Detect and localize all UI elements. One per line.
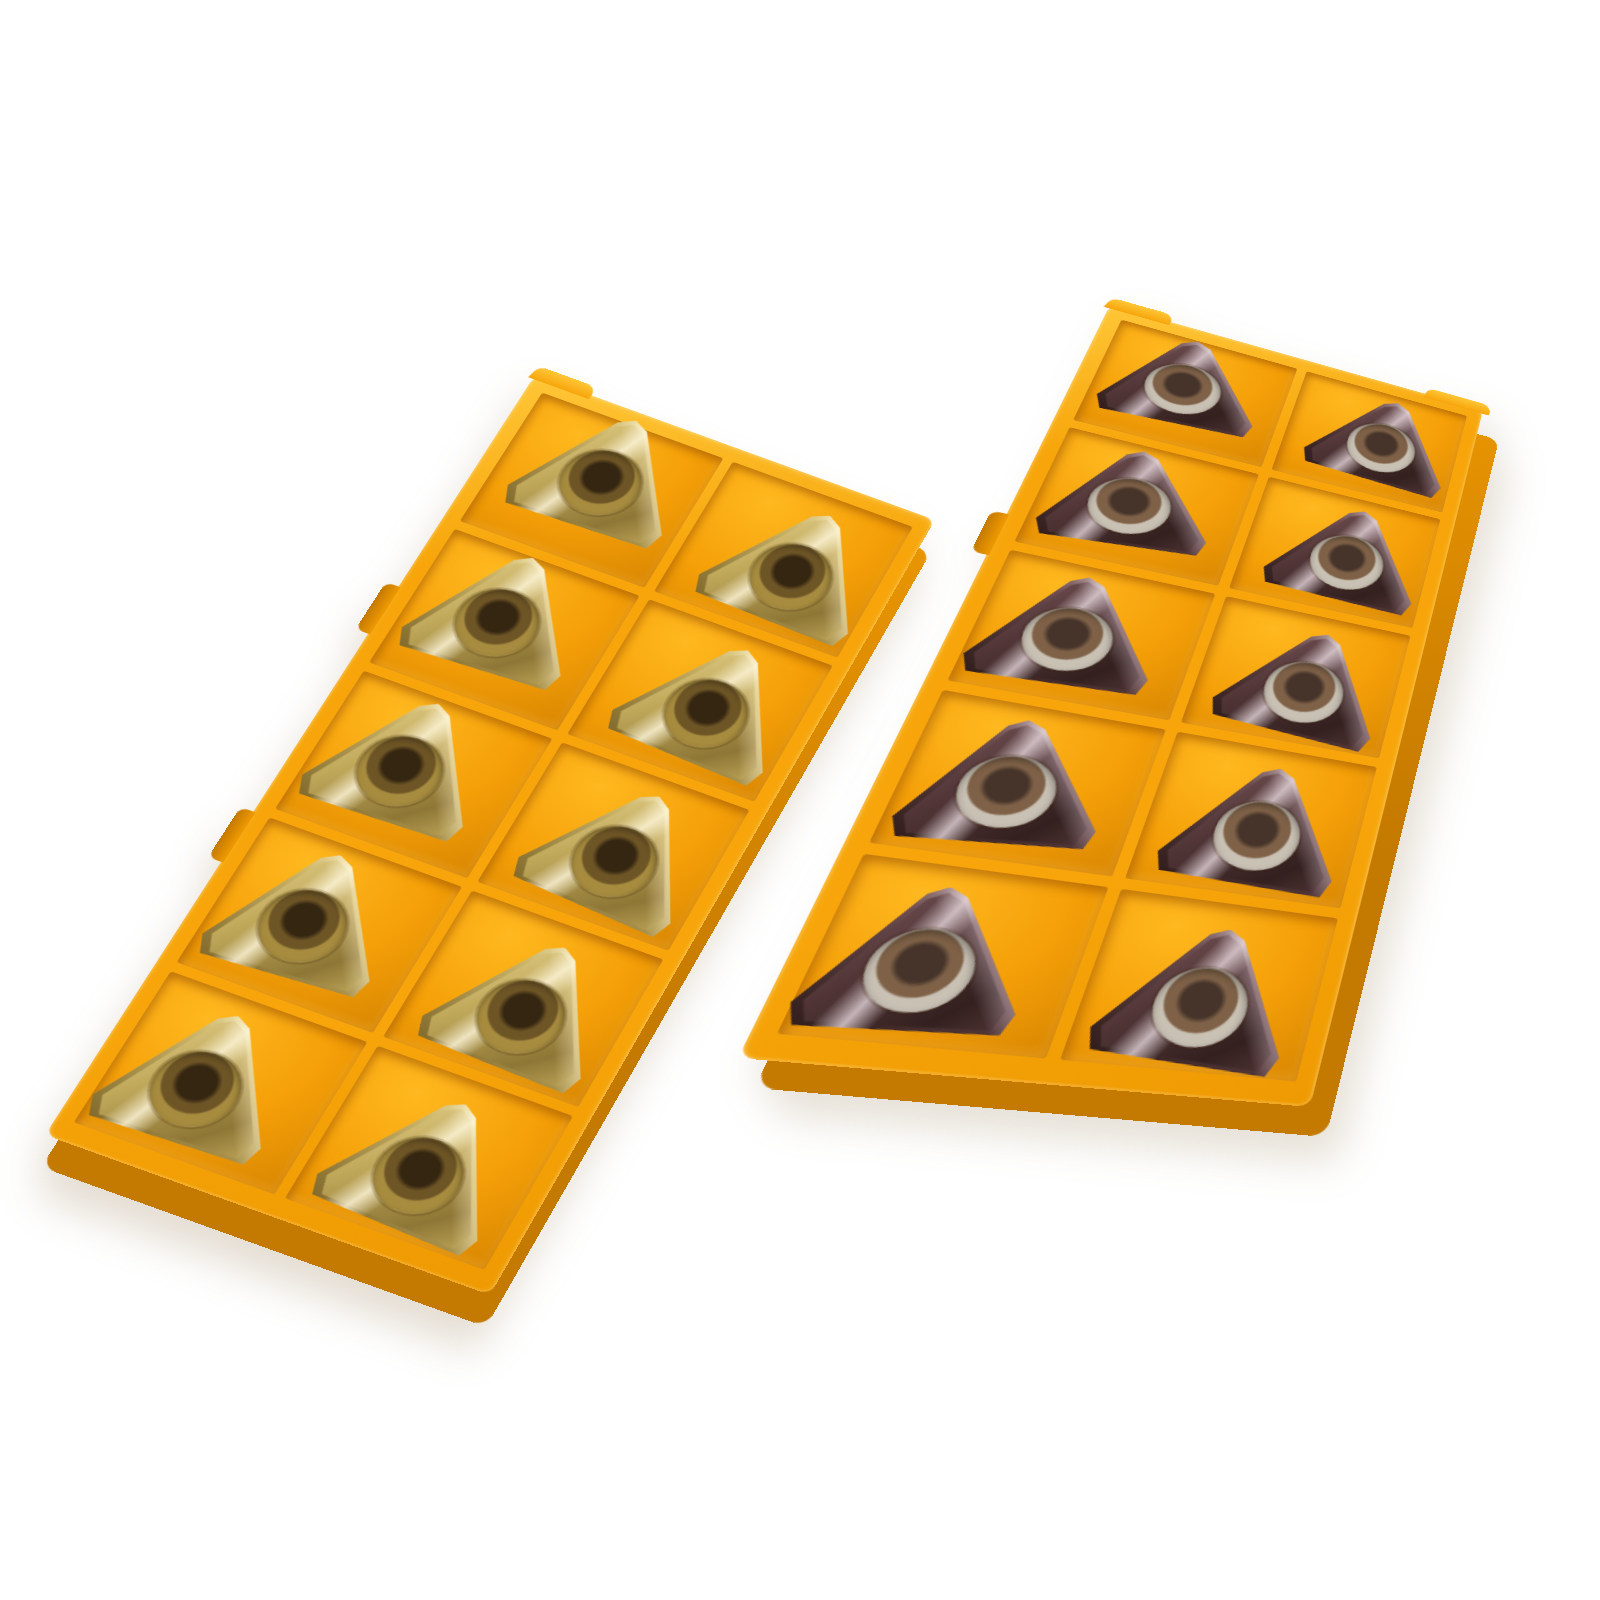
compartment (777, 854, 1108, 1059)
box-lip (528, 366, 599, 399)
compartment-grid (74, 393, 913, 1270)
compartment (1125, 732, 1377, 908)
carbide-insert (297, 1069, 550, 1266)
compartment (1060, 889, 1338, 1081)
carbide-insert (770, 877, 1059, 1043)
carbide-insert (1252, 490, 1438, 621)
box-clip-tab (971, 511, 1010, 556)
carbide-insert (1072, 911, 1323, 1086)
box-lip (1104, 298, 1177, 325)
carbide-insert (876, 709, 1128, 856)
carbide-insert (949, 561, 1181, 701)
carbide-insert (1086, 323, 1275, 443)
compartment (1181, 596, 1411, 759)
carbide-insert (1024, 436, 1228, 561)
scene (0, 0, 1600, 1600)
carbide-insert (1198, 611, 1406, 758)
box-top-face (45, 375, 935, 1295)
carbide-insert (74, 988, 327, 1174)
carbide-insert (1143, 751, 1366, 905)
carbide-insert (492, 394, 718, 557)
box-top-face (738, 305, 1483, 1107)
compartment (869, 690, 1166, 876)
